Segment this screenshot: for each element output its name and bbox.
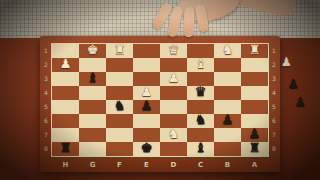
square-f2[interactable] — [106, 58, 133, 72]
square-g8[interactable] — [79, 142, 106, 156]
square-a8[interactable]: ♜ — [241, 142, 268, 156]
black-rook-h8[interactable]: ♜ — [52, 141, 79, 155]
square-d3[interactable]: ♟ — [160, 72, 187, 86]
square-a2[interactable] — [241, 58, 268, 72]
square-d7[interactable]: ♞ — [160, 128, 187, 142]
black-king-e8[interactable]: ♚ — [133, 141, 160, 155]
file-label-c: C — [187, 160, 214, 171]
square-b3[interactable] — [214, 72, 241, 86]
finger — [183, 7, 194, 37]
square-b8[interactable] — [214, 142, 241, 156]
square-a1[interactable]: ♜ — [241, 44, 268, 58]
black-bishop-c8[interactable]: ♝ — [187, 141, 214, 155]
captured-pieces-tray: ♟♟♟ — [281, 48, 319, 118]
rank-label-7: 7 — [40, 128, 52, 142]
rank-label-1: 1 — [268, 44, 280, 58]
white-pawn-h2[interactable]: ♟ — [52, 57, 79, 71]
rank-label-7: 7 — [268, 128, 280, 142]
square-d5[interactable] — [160, 100, 187, 114]
captured-black-piece: ♟ — [288, 77, 299, 91]
square-g4[interactable] — [79, 86, 106, 100]
square-f7[interactable] — [106, 128, 133, 142]
file-label-e: E — [133, 160, 160, 171]
square-e5[interactable]: ♟ — [133, 100, 160, 114]
square-a3[interactable] — [241, 72, 268, 86]
black-knight-f5[interactable]: ♞ — [106, 99, 133, 113]
square-g1[interactable]: ♚ — [79, 44, 106, 58]
white-king-g1[interactable]: ♚ — [79, 43, 106, 57]
white-rook-f1[interactable]: ♜ — [106, 43, 133, 57]
square-h5[interactable] — [52, 100, 79, 114]
chess-board: 12345678 12345678 ♚♜♛♞♜♟♝♝♟♟♛♞♟♞♟♞♟♜♚♝♜ … — [40, 36, 280, 172]
rank-label-4: 4 — [268, 86, 280, 100]
white-bishop-c2[interactable]: ♝ — [187, 57, 214, 71]
file-label-g: G — [79, 160, 106, 171]
rank-label-3: 3 — [268, 72, 280, 86]
square-d8[interactable] — [160, 142, 187, 156]
square-h2[interactable]: ♟ — [52, 58, 79, 72]
white-rook-a1[interactable]: ♜ — [241, 43, 268, 57]
square-e1[interactable] — [133, 44, 160, 58]
square-g3[interactable]: ♝ — [79, 72, 106, 86]
square-c4[interactable]: ♛ — [187, 86, 214, 100]
rank-label-2: 2 — [268, 58, 280, 72]
square-f8[interactable] — [106, 142, 133, 156]
square-f5[interactable]: ♞ — [106, 100, 133, 114]
square-c6[interactable]: ♞ — [187, 114, 214, 128]
rank-labels-left: 12345678 — [40, 44, 52, 156]
white-pawn-d3[interactable]: ♟ — [160, 71, 187, 85]
captured-black-piece: ♟ — [295, 95, 306, 109]
rank-label-8: 8 — [40, 142, 52, 156]
square-b7[interactable] — [214, 128, 241, 142]
square-e2[interactable] — [133, 58, 160, 72]
file-label-d: D — [160, 160, 187, 171]
white-pawn-e4[interactable]: ♟ — [133, 85, 160, 99]
black-queen-c4[interactable]: ♛ — [187, 85, 214, 99]
square-e6[interactable] — [133, 114, 160, 128]
square-g5[interactable] — [79, 100, 106, 114]
black-rook-a8[interactable]: ♜ — [241, 141, 268, 155]
square-a5[interactable] — [241, 100, 268, 114]
black-knight-c6[interactable]: ♞ — [187, 113, 214, 127]
chess-photo-scene: 12345678 12345678 ♚♜♛♞♜♟♝♝♟♟♛♞♟♞♟♞♟♜♚♝♜ … — [0, 0, 320, 180]
rank-label-6: 6 — [268, 114, 280, 128]
file-labels: HGFEDCBA — [52, 160, 268, 171]
square-f3[interactable] — [106, 72, 133, 86]
square-g7[interactable] — [79, 128, 106, 142]
white-knight-b1[interactable]: ♞ — [214, 43, 241, 57]
rank-label-4: 4 — [40, 86, 52, 100]
rank-label-3: 3 — [40, 72, 52, 86]
square-a4[interactable] — [241, 86, 268, 100]
black-pawn-e5[interactable]: ♟ — [133, 99, 160, 113]
rank-label-8: 8 — [268, 142, 280, 156]
black-pawn-a7[interactable]: ♟ — [241, 127, 268, 141]
white-queen-d1[interactable]: ♛ — [160, 43, 187, 57]
rank-label-5: 5 — [40, 100, 52, 114]
rank-label-5: 5 — [268, 100, 280, 114]
square-b1[interactable]: ♞ — [214, 44, 241, 58]
square-h6[interactable] — [52, 114, 79, 128]
square-c8[interactable]: ♝ — [187, 142, 214, 156]
square-f1[interactable]: ♜ — [106, 44, 133, 58]
square-d1[interactable]: ♛ — [160, 44, 187, 58]
square-h3[interactable] — [52, 72, 79, 86]
file-label-a: A — [241, 160, 268, 171]
file-label-b: B — [214, 160, 241, 171]
file-label-f: F — [106, 160, 133, 171]
black-bishop-g3[interactable]: ♝ — [79, 71, 106, 85]
rank-labels-right: 12345678 — [268, 44, 280, 156]
file-label-h: H — [52, 160, 79, 171]
captured-white-piece: ♟ — [281, 55, 292, 69]
rank-label-2: 2 — [40, 58, 52, 72]
square-b2[interactable] — [214, 58, 241, 72]
white-knight-d7[interactable]: ♞ — [160, 127, 187, 141]
square-g6[interactable] — [79, 114, 106, 128]
square-c2[interactable]: ♝ — [187, 58, 214, 72]
square-f6[interactable] — [106, 114, 133, 128]
board-grid: ♚♜♛♞♜♟♝♝♟♟♛♞♟♞♟♞♟♜♚♝♜ — [52, 44, 268, 156]
square-e8[interactable]: ♚ — [133, 142, 160, 156]
square-h4[interactable] — [52, 86, 79, 100]
square-d4[interactable] — [160, 86, 187, 100]
rank-label-6: 6 — [40, 114, 52, 128]
square-h8[interactable]: ♜ — [52, 142, 79, 156]
square-b4[interactable] — [214, 86, 241, 100]
black-pawn-b6[interactable]: ♟ — [214, 113, 241, 127]
square-b6[interactable]: ♟ — [214, 114, 241, 128]
rank-label-1: 1 — [40, 44, 52, 58]
